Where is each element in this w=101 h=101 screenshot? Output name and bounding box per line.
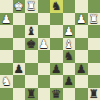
white-knight-piece[interactable]: ♞ <box>1 75 11 87</box>
square-a1[interactable] <box>0 88 13 101</box>
square-b5[interactable] <box>13 38 26 51</box>
square-h4[interactable] <box>88 50 101 63</box>
square-f3[interactable] <box>63 63 76 76</box>
square-d2[interactable] <box>38 75 51 88</box>
black-knight-piece[interactable]: ♞ <box>51 0 61 12</box>
square-c4[interactable] <box>25 50 38 63</box>
square-f2[interactable]: ♟ <box>63 75 76 88</box>
white-pawn-piece[interactable]: ♟ <box>64 25 74 37</box>
square-b2[interactable] <box>13 75 26 88</box>
square-g4[interactable] <box>75 50 88 63</box>
square-f7[interactable] <box>63 13 76 26</box>
square-d4[interactable] <box>38 50 51 63</box>
square-d8[interactable] <box>38 0 51 13</box>
white-bishop-piece[interactable]: ♝ <box>64 38 74 50</box>
square-g3[interactable]: ♟ <box>75 63 88 76</box>
chess-board: ♚♜♞♟♟♜♝♟♚♟♝♞♟♟♟♞♟♜♛♜ <box>0 0 100 100</box>
square-c6[interactable]: ♝ <box>25 25 38 38</box>
square-g7[interactable]: ♟ <box>75 13 88 26</box>
square-g8[interactable] <box>75 0 88 13</box>
square-h1[interactable]: ♜ <box>88 88 101 101</box>
black-pawn-piece[interactable]: ♟ <box>51 63 61 75</box>
square-e3[interactable]: ♟ <box>50 63 63 76</box>
white-pawn-piece[interactable]: ♟ <box>76 13 86 25</box>
square-h2[interactable] <box>88 75 101 88</box>
square-a3[interactable] <box>0 63 13 76</box>
square-a7[interactable]: ♟ <box>0 13 13 26</box>
square-e1[interactable]: ♛ <box>50 88 63 101</box>
square-e4[interactable] <box>50 50 63 63</box>
square-d5[interactable]: ♟ <box>38 38 51 51</box>
square-c1[interactable]: ♜ <box>25 88 38 101</box>
square-b1[interactable] <box>13 88 26 101</box>
square-a2[interactable]: ♞ <box>0 75 13 88</box>
square-h6[interactable] <box>88 25 101 38</box>
square-d3[interactable] <box>38 63 51 76</box>
white-king-piece[interactable]: ♚ <box>14 0 24 12</box>
square-e5[interactable] <box>50 38 63 51</box>
square-g5[interactable] <box>75 38 88 51</box>
square-b6[interactable] <box>13 25 26 38</box>
square-g2[interactable] <box>75 75 88 88</box>
square-a8[interactable] <box>0 0 13 13</box>
square-c2[interactable] <box>25 75 38 88</box>
black-rook-piece[interactable]: ♜ <box>26 88 36 100</box>
black-pawn-piece[interactable]: ♟ <box>64 75 74 87</box>
square-f1[interactable] <box>63 88 76 101</box>
square-g1[interactable] <box>75 88 88 101</box>
white-pawn-piece[interactable]: ♟ <box>1 13 11 25</box>
square-a4[interactable] <box>0 50 13 63</box>
square-c5[interactable]: ♚ <box>25 38 38 51</box>
square-b8[interactable]: ♚ <box>13 0 26 13</box>
square-d1[interactable] <box>38 88 51 101</box>
square-d6[interactable] <box>38 25 51 38</box>
white-rook-piece[interactable]: ♜ <box>89 13 99 25</box>
square-c3[interactable] <box>25 63 38 76</box>
square-e2[interactable] <box>50 75 63 88</box>
black-rook-piece[interactable]: ♜ <box>89 88 99 100</box>
black-king-piece[interactable]: ♚ <box>26 38 36 50</box>
square-e6[interactable] <box>50 25 63 38</box>
square-a5[interactable] <box>0 38 13 51</box>
black-pawn-piece[interactable]: ♟ <box>76 63 86 75</box>
square-e7[interactable] <box>50 13 63 26</box>
square-b3[interactable]: ♟ <box>13 63 26 76</box>
black-pawn-piece[interactable]: ♟ <box>14 63 24 75</box>
square-c8[interactable]: ♜ <box>25 0 38 13</box>
square-h5[interactable] <box>88 38 101 51</box>
black-bishop-piece[interactable]: ♝ <box>26 25 36 37</box>
square-h7[interactable]: ♜ <box>88 13 101 26</box>
square-h8[interactable] <box>88 0 101 13</box>
square-f4[interactable]: ♞ <box>63 50 76 63</box>
square-b7[interactable] <box>13 13 26 26</box>
square-c7[interactable] <box>25 13 38 26</box>
square-g6[interactable] <box>75 25 88 38</box>
white-pawn-piece[interactable]: ♟ <box>39 38 49 50</box>
square-e8[interactable]: ♞ <box>50 0 63 13</box>
square-h3[interactable] <box>88 63 101 76</box>
square-a6[interactable] <box>0 25 13 38</box>
black-knight-piece[interactable]: ♞ <box>64 50 74 62</box>
square-f5[interactable]: ♝ <box>63 38 76 51</box>
square-d7[interactable] <box>38 13 51 26</box>
square-b4[interactable] <box>13 50 26 63</box>
square-f6[interactable]: ♟ <box>63 25 76 38</box>
white-rook-piece[interactable]: ♜ <box>26 0 36 12</box>
square-f8[interactable] <box>63 0 76 13</box>
black-queen-piece[interactable]: ♛ <box>51 88 61 100</box>
